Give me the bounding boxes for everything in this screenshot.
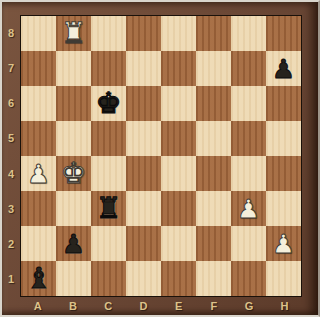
- black-king-c6: ♚: [91, 86, 126, 121]
- square-g7: [231, 51, 266, 86]
- square-f6: [196, 86, 231, 121]
- square-a8: [21, 16, 56, 51]
- square-h6: [266, 86, 301, 121]
- square-e2: [161, 226, 196, 261]
- file-labels: ABCDEFGH: [20, 298, 302, 313]
- white-pawn-h2: ♟: [266, 226, 301, 261]
- square-b2: ♟: [56, 226, 91, 261]
- file-label-f: F: [196, 300, 231, 312]
- square-e6: [161, 86, 196, 121]
- square-g1: [231, 261, 266, 296]
- file-label-h: H: [267, 300, 302, 312]
- square-h2: ♟: [266, 226, 301, 261]
- square-d5: [126, 121, 161, 156]
- file-label-g: G: [232, 300, 267, 312]
- square-b6: [56, 86, 91, 121]
- rank-label-2: 2: [2, 227, 20, 262]
- rank-label-5: 5: [2, 121, 20, 156]
- square-c6: ♚: [91, 86, 126, 121]
- square-h7: ♟: [266, 51, 301, 86]
- square-d1: [126, 261, 161, 296]
- square-g8: [231, 16, 266, 51]
- square-g6: [231, 86, 266, 121]
- square-a7: [21, 51, 56, 86]
- square-d7: [126, 51, 161, 86]
- square-d4: [126, 156, 161, 191]
- file-label-b: B: [55, 300, 90, 312]
- square-f3: [196, 191, 231, 226]
- rank-label-8: 8: [2, 15, 20, 50]
- square-h4: [266, 156, 301, 191]
- square-b1: [56, 261, 91, 296]
- square-e7: [161, 51, 196, 86]
- white-king-b4: ♚: [56, 156, 91, 191]
- square-e4: [161, 156, 196, 191]
- square-f4: [196, 156, 231, 191]
- chess-diagram: 87654321 ♜♟♚♟♚♜♟♟♟♝ ABCDEFGH: [0, 0, 320, 317]
- black-pawn-b2: ♟: [56, 226, 91, 261]
- rank-label-3: 3: [2, 191, 20, 226]
- rank-label-4: 4: [2, 156, 20, 191]
- black-bishop-a1: ♝: [21, 261, 56, 296]
- rank-label-7: 7: [2, 50, 20, 85]
- file-label-c: C: [91, 300, 126, 312]
- square-g4: [231, 156, 266, 191]
- square-b8: ♜: [56, 16, 91, 51]
- square-b7: [56, 51, 91, 86]
- square-f1: [196, 261, 231, 296]
- square-b5: [56, 121, 91, 156]
- square-f7: [196, 51, 231, 86]
- square-b4: ♚: [56, 156, 91, 191]
- square-a5: [21, 121, 56, 156]
- square-h3: [266, 191, 301, 226]
- board: ♜♟♚♟♚♜♟♟♟♝: [20, 15, 302, 297]
- file-label-a: A: [20, 300, 55, 312]
- square-g5: [231, 121, 266, 156]
- square-h1: [266, 261, 301, 296]
- square-a3: [21, 191, 56, 226]
- black-rook-c3: ♜: [91, 191, 126, 226]
- rank-label-6: 6: [2, 86, 20, 121]
- square-c5: [91, 121, 126, 156]
- square-g2: [231, 226, 266, 261]
- square-h5: [266, 121, 301, 156]
- square-f2: [196, 226, 231, 261]
- square-f5: [196, 121, 231, 156]
- black-pawn-h7: ♟: [266, 51, 301, 86]
- square-a4: ♟: [21, 156, 56, 191]
- square-c2: [91, 226, 126, 261]
- square-e8: [161, 16, 196, 51]
- square-c1: [91, 261, 126, 296]
- square-f8: [196, 16, 231, 51]
- square-c4: [91, 156, 126, 191]
- white-pawn-a4: ♟: [21, 156, 56, 191]
- white-pawn-g3: ♟: [231, 191, 266, 226]
- square-g3: ♟: [231, 191, 266, 226]
- file-label-e: E: [161, 300, 196, 312]
- white-rook-b8: ♜: [56, 16, 91, 51]
- square-d3: [126, 191, 161, 226]
- square-d8: [126, 16, 161, 51]
- square-a1: ♝: [21, 261, 56, 296]
- file-label-d: D: [126, 300, 161, 312]
- square-e3: [161, 191, 196, 226]
- square-h8: [266, 16, 301, 51]
- square-a6: [21, 86, 56, 121]
- square-d6: [126, 86, 161, 121]
- rank-labels: 87654321: [2, 15, 20, 297]
- square-c8: [91, 16, 126, 51]
- square-c3: ♜: [91, 191, 126, 226]
- square-b3: [56, 191, 91, 226]
- square-a2: [21, 226, 56, 261]
- rank-label-1: 1: [2, 262, 20, 297]
- square-e5: [161, 121, 196, 156]
- square-e1: [161, 261, 196, 296]
- square-c7: [91, 51, 126, 86]
- square-d2: [126, 226, 161, 261]
